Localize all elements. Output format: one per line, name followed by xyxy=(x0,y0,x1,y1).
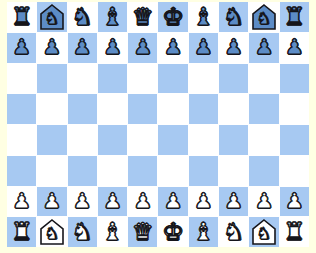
square-g4[interactable] xyxy=(189,125,218,155)
square-b7[interactable]: ♟ xyxy=(37,33,66,63)
square-g6[interactable] xyxy=(189,64,218,94)
piece-black-janus: ♞ xyxy=(249,2,278,32)
piece-white-pawn: ♟ xyxy=(37,187,66,217)
square-d7[interactable]: ♟ xyxy=(98,33,127,63)
square-d2[interactable]: ♟ xyxy=(98,187,127,217)
piece-black-knight: ♞ xyxy=(219,2,248,32)
square-h4[interactable] xyxy=(219,125,248,155)
square-i3[interactable] xyxy=(249,156,278,186)
square-i8[interactable]: ♞ xyxy=(249,2,278,32)
square-j3[interactable] xyxy=(280,156,309,186)
janus-knight-glyph: ♞ xyxy=(45,226,59,242)
square-i7[interactable]: ♟ xyxy=(249,33,278,63)
piece-black-queen: ♛ xyxy=(128,2,157,32)
janus-knight-glyph: ♞ xyxy=(45,11,59,27)
square-f7[interactable]: ♟ xyxy=(158,33,187,63)
piece-black-bishop: ♝ xyxy=(98,2,127,32)
piece-white-janus: ♞ xyxy=(249,217,278,247)
square-f6[interactable] xyxy=(158,64,187,94)
square-a7[interactable]: ♟ xyxy=(7,33,36,63)
piece-white-pawn: ♟ xyxy=(68,187,97,217)
piece-white-knight: ♞ xyxy=(219,217,248,247)
square-c8[interactable]: ♞ xyxy=(68,2,97,32)
square-f3[interactable] xyxy=(158,156,187,186)
square-f5[interactable] xyxy=(158,94,187,124)
square-a3[interactable] xyxy=(7,156,36,186)
square-i1[interactable]: ♞ xyxy=(249,217,278,247)
game-window: ♜♞♞♝♛♚♝♞♞♜♟♟♟♟♟♟♟♟♟♟♟♟♟♟♟♟♟♟♟♟♜♞♞♝♛♚♝♞♞♜ xyxy=(0,0,316,253)
piece-black-pawn: ♟ xyxy=(158,33,187,63)
square-c5[interactable] xyxy=(68,94,97,124)
janus-knight-glyph: ♞ xyxy=(257,11,271,27)
square-j2[interactable]: ♟ xyxy=(280,187,309,217)
square-c1[interactable]: ♞ xyxy=(68,217,97,247)
piece-black-pawn: ♟ xyxy=(280,33,309,63)
piece-black-pawn: ♟ xyxy=(98,33,127,63)
piece-white-bishop: ♝ xyxy=(189,217,218,247)
square-g8[interactable]: ♝ xyxy=(189,2,218,32)
square-d3[interactable] xyxy=(98,156,127,186)
square-a8[interactable]: ♜ xyxy=(7,2,36,32)
piece-white-king: ♚ xyxy=(158,217,187,247)
square-b3[interactable] xyxy=(37,156,66,186)
piece-white-janus: ♞ xyxy=(37,217,66,247)
square-e2[interactable]: ♟ xyxy=(128,187,157,217)
square-b4[interactable] xyxy=(37,125,66,155)
square-d1[interactable]: ♝ xyxy=(98,217,127,247)
square-c7[interactable]: ♟ xyxy=(68,33,97,63)
piece-white-pawn: ♟ xyxy=(98,187,127,217)
piece-black-pawn: ♟ xyxy=(37,33,66,63)
piece-white-pawn: ♟ xyxy=(189,187,218,217)
piece-black-rook: ♜ xyxy=(7,2,36,32)
piece-black-pawn: ♟ xyxy=(219,33,248,63)
piece-black-pawn: ♟ xyxy=(68,33,97,63)
square-c4[interactable] xyxy=(68,125,97,155)
square-c3[interactable] xyxy=(68,156,97,186)
square-f4[interactable] xyxy=(158,125,187,155)
square-c6[interactable] xyxy=(68,64,97,94)
piece-black-pawn: ♟ xyxy=(249,33,278,63)
square-e3[interactable] xyxy=(128,156,157,186)
square-a4[interactable] xyxy=(7,125,36,155)
square-e6[interactable] xyxy=(128,64,157,94)
piece-white-pawn: ♟ xyxy=(7,187,36,217)
square-h8[interactable]: ♞ xyxy=(219,2,248,32)
square-i2[interactable]: ♟ xyxy=(249,187,278,217)
square-f1[interactable]: ♚ xyxy=(158,217,187,247)
piece-white-bishop: ♝ xyxy=(98,217,127,247)
square-g1[interactable]: ♝ xyxy=(189,217,218,247)
piece-white-pawn: ♟ xyxy=(219,187,248,217)
piece-black-knight: ♞ xyxy=(68,2,97,32)
square-h3[interactable] xyxy=(219,156,248,186)
square-j5[interactable] xyxy=(280,94,309,124)
square-e8[interactable]: ♛ xyxy=(128,2,157,32)
square-h5[interactable] xyxy=(219,94,248,124)
piece-black-king: ♚ xyxy=(158,2,187,32)
square-b6[interactable] xyxy=(37,64,66,94)
piece-white-rook: ♜ xyxy=(280,217,309,247)
square-b5[interactable] xyxy=(37,94,66,124)
square-b2[interactable]: ♟ xyxy=(37,187,66,217)
square-d5[interactable] xyxy=(98,94,127,124)
piece-white-rook: ♜ xyxy=(7,217,36,247)
piece-white-knight: ♞ xyxy=(68,217,97,247)
square-j1[interactable]: ♜ xyxy=(280,217,309,247)
square-a2[interactable]: ♟ xyxy=(7,187,36,217)
square-f8[interactable]: ♚ xyxy=(158,2,187,32)
square-h1[interactable]: ♞ xyxy=(219,217,248,247)
square-h7[interactable]: ♟ xyxy=(219,33,248,63)
square-c2[interactable]: ♟ xyxy=(68,187,97,217)
square-a1[interactable]: ♜ xyxy=(7,217,36,247)
piece-black-pawn: ♟ xyxy=(7,33,36,63)
square-e5[interactable] xyxy=(128,94,157,124)
square-j4[interactable] xyxy=(280,125,309,155)
piece-white-queen: ♛ xyxy=(128,217,157,247)
square-j8[interactable]: ♜ xyxy=(280,2,309,32)
square-j6[interactable] xyxy=(280,64,309,94)
square-g2[interactable]: ♟ xyxy=(189,187,218,217)
square-a5[interactable] xyxy=(7,94,36,124)
square-i5[interactable] xyxy=(249,94,278,124)
square-i6[interactable] xyxy=(249,64,278,94)
square-d6[interactable] xyxy=(98,64,127,94)
chessboard: ♜♞♞♝♛♚♝♞♞♜♟♟♟♟♟♟♟♟♟♟♟♟♟♟♟♟♟♟♟♟♜♞♞♝♛♚♝♞♞♜ xyxy=(7,2,309,247)
square-e1[interactable]: ♛ xyxy=(128,217,157,247)
piece-black-pawn: ♟ xyxy=(189,33,218,63)
square-d8[interactable]: ♝ xyxy=(98,2,127,32)
piece-white-pawn: ♟ xyxy=(280,187,309,217)
square-d4[interactable] xyxy=(98,125,127,155)
square-g5[interactable] xyxy=(189,94,218,124)
square-b1[interactable]: ♞ xyxy=(37,217,66,247)
square-a6[interactable] xyxy=(7,64,36,94)
square-h2[interactable]: ♟ xyxy=(219,187,248,217)
square-e7[interactable]: ♟ xyxy=(128,33,157,63)
square-g3[interactable] xyxy=(189,156,218,186)
piece-white-pawn: ♟ xyxy=(158,187,187,217)
piece-white-pawn: ♟ xyxy=(128,187,157,217)
janus-knight-glyph: ♞ xyxy=(257,226,271,242)
piece-black-pawn: ♟ xyxy=(128,33,157,63)
square-b8[interactable]: ♞ xyxy=(37,2,66,32)
square-h6[interactable] xyxy=(219,64,248,94)
piece-black-rook: ♜ xyxy=(280,2,309,32)
square-i4[interactable] xyxy=(249,125,278,155)
piece-black-bishop: ♝ xyxy=(189,2,218,32)
piece-white-pawn: ♟ xyxy=(249,187,278,217)
piece-black-janus: ♞ xyxy=(37,2,66,32)
square-e4[interactable] xyxy=(128,125,157,155)
square-g7[interactable]: ♟ xyxy=(189,33,218,63)
square-j7[interactable]: ♟ xyxy=(280,33,309,63)
square-f2[interactable]: ♟ xyxy=(158,187,187,217)
